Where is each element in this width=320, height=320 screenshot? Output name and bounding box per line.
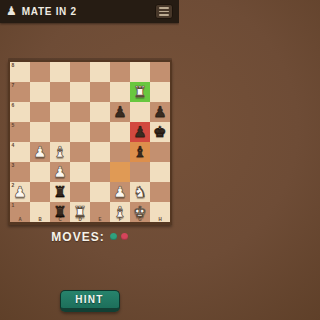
black-bishop[interactable]: ♝ (130, 142, 150, 162)
square-b2[interactable] (30, 182, 50, 202)
square-h5[interactable]: ♚ (150, 122, 170, 142)
moves-indicator: MOVES: (0, 229, 179, 244)
square-g6[interactable] (130, 102, 150, 122)
square-e3[interactable] (90, 162, 110, 182)
red-move-dot (121, 233, 128, 240)
square-c7[interactable] (50, 82, 70, 102)
square-g3[interactable] (130, 162, 150, 182)
square-d6[interactable] (70, 102, 90, 122)
white-pawn[interactable]: ♟ (10, 182, 30, 202)
hint-button[interactable]: HINT (60, 290, 120, 312)
black-rook[interactable]: ♜ (50, 182, 70, 202)
hamburger-menu-icon[interactable] (155, 4, 173, 19)
file-label-e: E (98, 217, 101, 222)
square-d3[interactable] (70, 162, 90, 182)
square-g2[interactable]: ♞ (130, 182, 150, 202)
rank-label-6: 6 (12, 102, 15, 108)
square-f1[interactable]: F♝ (110, 202, 130, 222)
white-rook[interactable]: ♜ (130, 82, 150, 102)
square-b1[interactable]: B (30, 202, 50, 222)
square-a6[interactable]: 6 (10, 102, 30, 122)
square-f8[interactable] (110, 62, 130, 82)
square-e6[interactable] (90, 102, 110, 122)
square-a1[interactable]: 1A (10, 202, 30, 222)
square-g8[interactable] (130, 62, 150, 82)
square-e5[interactable] (90, 122, 110, 142)
square-e1[interactable]: E (90, 202, 110, 222)
board-grid: 87♜6♟♟5♟♚4♟♝♝3♟2♟♜♟♞1ABC♜D♜EF♝G♚H (10, 62, 170, 222)
white-rook[interactable]: ♜ (70, 202, 90, 222)
square-d4[interactable] (70, 142, 90, 162)
white-bishop[interactable]: ♝ (50, 142, 70, 162)
square-g5[interactable]: ♟ (130, 122, 150, 142)
rank-label-4: 4 (12, 142, 15, 148)
rank-label-7: 7 (12, 82, 15, 88)
white-pawn[interactable]: ♟ (110, 182, 130, 202)
square-b7[interactable] (30, 82, 50, 102)
square-h7[interactable] (150, 82, 170, 102)
hint-button-label: HINT (75, 294, 104, 305)
square-f5[interactable] (110, 122, 130, 142)
square-c5[interactable] (50, 122, 70, 142)
square-d1[interactable]: D♜ (70, 202, 90, 222)
file-label-h: H (158, 217, 161, 222)
square-e2[interactable] (90, 182, 110, 202)
pawn-icon: ♟ (6, 5, 17, 17)
square-h8[interactable] (150, 62, 170, 82)
square-c8[interactable] (50, 62, 70, 82)
square-h3[interactable] (150, 162, 170, 182)
white-pawn[interactable]: ♟ (50, 162, 70, 182)
square-c2[interactable]: ♜ (50, 182, 70, 202)
square-c4[interactable]: ♝ (50, 142, 70, 162)
square-g1[interactable]: G♚ (130, 202, 150, 222)
black-pawn[interactable]: ♟ (110, 102, 130, 122)
black-king[interactable]: ♚ (150, 122, 170, 142)
square-d8[interactable] (70, 62, 90, 82)
square-g4[interactable]: ♝ (130, 142, 150, 162)
square-h4[interactable] (150, 142, 170, 162)
white-pawn[interactable]: ♟ (30, 142, 50, 162)
file-label-a: A (18, 217, 21, 222)
square-a3[interactable]: 3 (10, 162, 30, 182)
square-b4[interactable]: ♟ (30, 142, 50, 162)
square-g7[interactable]: ♜ (130, 82, 150, 102)
square-b3[interactable] (30, 162, 50, 182)
square-c6[interactable] (50, 102, 70, 122)
square-a2[interactable]: 2♟ (10, 182, 30, 202)
square-a4[interactable]: 4 (10, 142, 30, 162)
square-d5[interactable] (70, 122, 90, 142)
white-king[interactable]: ♚ (130, 202, 150, 222)
puzzle-title: MATE IN 2 (22, 6, 77, 17)
black-pawn[interactable]: ♟ (130, 122, 150, 142)
white-bishop[interactable]: ♝ (110, 202, 130, 222)
rank-label-5: 5 (12, 122, 15, 128)
square-f4[interactable] (110, 142, 130, 162)
square-a7[interactable]: 7 (10, 82, 30, 102)
square-h6[interactable]: ♟ (150, 102, 170, 122)
chess-board: 87♜6♟♟5♟♚4♟♝♝3♟2♟♜♟♞1ABC♜D♜EF♝G♚H (8, 60, 172, 225)
square-f6[interactable]: ♟ (110, 102, 130, 122)
square-e8[interactable] (90, 62, 110, 82)
black-rook[interactable]: ♜ (50, 202, 70, 222)
white-knight[interactable]: ♞ (130, 182, 150, 202)
black-pawn[interactable]: ♟ (150, 102, 170, 122)
top-bar: ♟ MATE IN 2 (0, 0, 179, 23)
rank-label-8: 8 (12, 62, 15, 68)
square-c1[interactable]: C♜ (50, 202, 70, 222)
rank-label-3: 3 (12, 162, 15, 168)
square-b5[interactable] (30, 122, 50, 142)
square-f3[interactable] (110, 162, 130, 182)
square-e7[interactable] (90, 82, 110, 102)
file-label-b: B (38, 217, 41, 222)
square-d2[interactable] (70, 182, 90, 202)
square-c3[interactable]: ♟ (50, 162, 70, 182)
green-move-dot (110, 233, 117, 240)
square-f7[interactable] (110, 82, 130, 102)
square-h2[interactable] (150, 182, 170, 202)
square-e4[interactable] (90, 142, 110, 162)
square-a8[interactable]: 8 (10, 62, 30, 82)
square-d7[interactable] (70, 82, 90, 102)
square-h1[interactable]: H (150, 202, 170, 222)
square-b8[interactable] (30, 62, 50, 82)
square-f2[interactable]: ♟ (110, 182, 130, 202)
rank-label-1: 1 (12, 202, 15, 208)
square-a5[interactable]: 5 (10, 122, 30, 142)
moves-label: MOVES: (51, 230, 104, 244)
square-b6[interactable] (30, 102, 50, 122)
